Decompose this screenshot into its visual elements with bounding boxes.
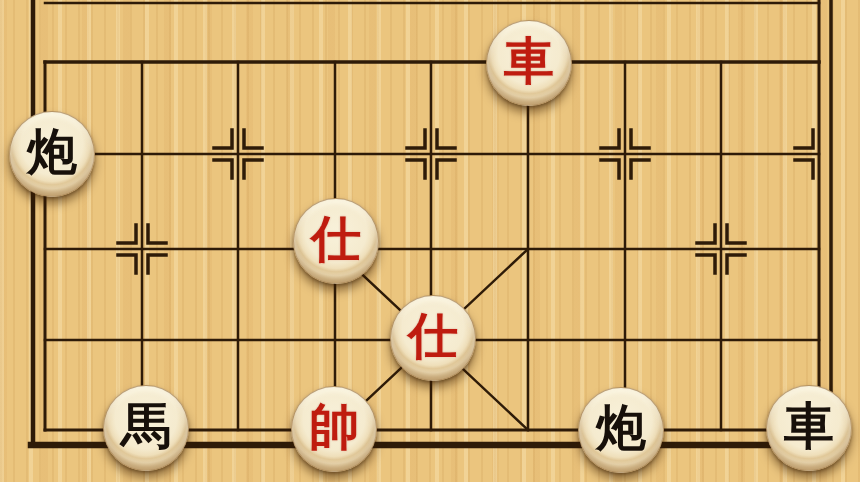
piece-character: 帥: [309, 402, 359, 452]
piece-character: 仕: [408, 311, 458, 361]
piece-character: 炮: [596, 403, 646, 453]
piece-red-general-d10[interactable]: 帥: [291, 386, 377, 472]
piece-black-cannon-g10[interactable]: 炮: [578, 387, 664, 473]
piece-black-chariot-i10[interactable]: 車: [766, 385, 852, 471]
piece-red-advisor-e9[interactable]: 仕: [390, 295, 476, 381]
piece-character: 仕: [311, 214, 361, 264]
piece-character: 炮: [27, 127, 77, 177]
piece-red-chariot-f6[interactable]: 車: [486, 20, 572, 106]
piece-black-horse-b10[interactable]: 馬: [103, 385, 189, 471]
xiangqi-board: 車炮仕仕馬帥炮車: [0, 0, 860, 482]
piece-character: 馬: [121, 401, 171, 451]
piece-red-advisor-d8[interactable]: 仕: [293, 198, 379, 284]
piece-character: 車: [784, 401, 834, 451]
piece-character: 車: [504, 36, 554, 86]
piece-black-cannon-a7[interactable]: 炮: [9, 111, 95, 197]
